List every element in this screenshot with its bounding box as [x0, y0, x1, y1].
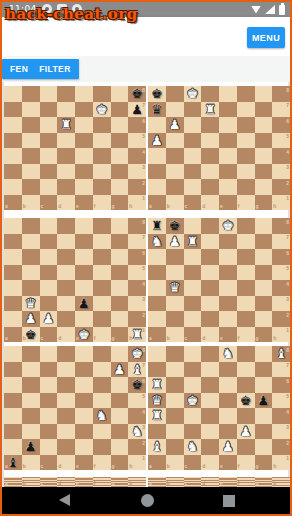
square-e5	[219, 133, 237, 149]
rank-label: 4	[142, 282, 145, 287]
square-d6	[57, 249, 75, 265]
square-h7: 7	[272, 234, 290, 250]
square-d1: d	[201, 455, 219, 471]
rank-label: 2	[286, 441, 289, 446]
square-d8	[201, 86, 219, 102]
square-a3	[148, 164, 166, 180]
square-d5	[57, 265, 75, 281]
square-a2	[148, 311, 166, 327]
white-pawn-piece: ♟	[43, 312, 55, 325]
square-h4: 4	[272, 408, 290, 424]
square-h2: 2	[128, 311, 146, 327]
chess-board-3[interactable]: 87654♛♟3♟♟2a♚bcd♚efg♜1h	[4, 218, 146, 342]
square-f3	[237, 296, 255, 312]
square-e1: e	[219, 195, 237, 211]
file-label: c	[185, 464, 188, 469]
square-g3	[255, 424, 273, 440]
square-c6	[40, 377, 58, 393]
square-d4	[57, 280, 75, 296]
square-b7	[22, 362, 40, 378]
file-label: f	[94, 336, 96, 341]
square-h3: 3	[272, 164, 290, 180]
square-g8	[111, 86, 129, 102]
puzzle-grid: ♚8♚♟7♜65432abcdefg1h ♚♚8♛♜7♟6♟5432abcdef…	[2, 82, 290, 487]
square-f7: ♚	[93, 102, 111, 118]
white-knight-piece: ♞	[187, 440, 199, 453]
recents-icon[interactable]	[223, 495, 235, 507]
square-h6: 6	[272, 117, 290, 133]
file-label: h	[129, 336, 132, 341]
file-label: h	[273, 336, 276, 341]
square-e6	[219, 249, 237, 265]
square-e5	[75, 265, 93, 281]
square-c2	[184, 179, 202, 195]
rank-label: 7	[142, 103, 145, 108]
square-h7: 7	[272, 102, 290, 118]
rank-label: 6	[142, 251, 145, 256]
square-h1: 1h	[272, 195, 290, 211]
file-label: e	[220, 481, 223, 486]
file-label: a	[5, 481, 8, 486]
square-d6	[57, 377, 75, 393]
square-c5	[184, 133, 202, 149]
square-b4: ♛	[166, 280, 184, 296]
white-rook-piece: ♜	[204, 102, 216, 115]
square-c6	[184, 249, 202, 265]
square-a8	[4, 346, 22, 362]
rank-label: 1	[286, 328, 289, 333]
square-g1: g	[111, 455, 129, 471]
square-g3	[111, 296, 129, 312]
rank-label: 6	[286, 251, 289, 256]
square-c2: ♞	[184, 439, 202, 455]
square-f7	[237, 102, 255, 118]
square-f6	[237, 377, 255, 393]
chess-board-2[interactable]: ♚♚8♛♜7♟6♟5432abcdefg1h	[148, 86, 290, 210]
square-f6	[237, 117, 255, 133]
square-e3	[75, 164, 93, 180]
square-c4	[184, 280, 202, 296]
chess-board-4[interactable]: ♜♚♚8♞♟♜765♛432abcdefg1h	[148, 218, 290, 342]
square-g5	[255, 265, 273, 281]
battery-icon	[279, 5, 285, 15]
square-a2	[148, 179, 166, 195]
square-b5	[166, 265, 184, 281]
square-d6	[201, 249, 219, 265]
square-f8	[93, 346, 111, 362]
square-g6	[255, 117, 273, 133]
file-label: f	[94, 204, 96, 209]
square-b2	[22, 179, 40, 195]
square-e1: e	[75, 195, 93, 211]
status-indicators	[251, 4, 285, 15]
square-f3	[93, 424, 111, 440]
square-g4	[111, 148, 129, 164]
square-d5	[201, 393, 219, 409]
square-c8	[40, 346, 58, 362]
square-h5: 5	[272, 265, 290, 281]
file-label: e	[76, 481, 79, 486]
rank-label: 8	[286, 348, 289, 353]
square-d7	[57, 102, 75, 118]
square-a7	[148, 362, 166, 378]
square-b2: ♟	[22, 311, 40, 327]
square-b2	[166, 311, 184, 327]
square-a7	[4, 362, 22, 378]
tab-fen[interactable]: FEN	[10, 64, 28, 74]
rank-label: 3	[142, 297, 145, 302]
square-g5	[255, 133, 273, 149]
square-d2	[201, 179, 219, 195]
square-c4	[40, 408, 58, 424]
square-h1: 1h	[272, 455, 290, 471]
square-f4: ♞	[93, 408, 111, 424]
square-a1: a	[4, 327, 22, 343]
square-f4	[93, 280, 111, 296]
rank-label: 5	[286, 134, 289, 139]
white-king-piece: ♚	[96, 102, 108, 115]
white-bishop-piece: ♝	[275, 347, 287, 360]
square-d8	[57, 346, 75, 362]
white-knight-piece: ♞	[222, 347, 234, 360]
square-e4	[75, 408, 93, 424]
square-e4	[219, 148, 237, 164]
square-a8: ♜	[148, 218, 166, 234]
file-label: e	[220, 464, 223, 469]
square-a8: ♚	[148, 86, 166, 102]
square-d6	[201, 377, 219, 393]
file-label: f	[94, 464, 96, 469]
rank-label: 5	[142, 134, 145, 139]
square-a4	[4, 280, 22, 296]
square-g4	[255, 408, 273, 424]
square-h3: ♞3	[128, 424, 146, 440]
square-b4	[22, 408, 40, 424]
square-b3	[22, 164, 40, 180]
square-g8	[255, 346, 273, 362]
square-h8: 8	[128, 218, 146, 234]
black-pawn-piece: ♟	[78, 296, 90, 309]
square-f7	[237, 362, 255, 378]
square-h6: 6	[272, 249, 290, 265]
square-e7	[75, 102, 93, 118]
square-e1: ♚e	[75, 327, 93, 343]
square-g6	[255, 377, 273, 393]
square-c8	[184, 218, 202, 234]
square-a1: a	[148, 327, 166, 343]
square-g1: g	[111, 195, 129, 211]
rank-label: 4	[286, 150, 289, 155]
square-a8	[148, 346, 166, 362]
white-queen-piece: ♛	[25, 296, 37, 309]
square-b7	[166, 362, 184, 378]
square-a1: a	[148, 455, 166, 471]
rank-label: 8	[142, 88, 145, 93]
square-c6	[40, 117, 58, 133]
file-label: e	[76, 204, 79, 209]
square-h4: 4	[272, 280, 290, 296]
square-a5	[4, 133, 22, 149]
square-d5	[201, 133, 219, 149]
square-b8	[22, 346, 40, 362]
square-h2: 2	[128, 179, 146, 195]
square-c5	[184, 265, 202, 281]
square-h3: 3	[272, 424, 290, 440]
file-label: c	[41, 336, 44, 341]
square-a5	[4, 393, 22, 409]
file-label: b	[23, 336, 26, 341]
white-king-piece: ♚	[78, 327, 90, 340]
square-g3	[111, 424, 129, 440]
square-a2	[4, 439, 22, 455]
square-a7: ♞	[148, 234, 166, 250]
square-a7	[4, 102, 22, 118]
square-e8	[75, 218, 93, 234]
square-d1: d	[57, 455, 75, 471]
black-king-piece: ♚	[240, 393, 252, 406]
rank-label: 3	[286, 297, 289, 302]
square-b3: ♛	[22, 296, 40, 312]
square-c2: ♟	[40, 311, 58, 327]
square-f7	[93, 362, 111, 378]
square-f4	[237, 280, 255, 296]
chess-board-8-partial[interactable]: 8765432abcdefg1h	[148, 477, 290, 487]
file-label: d	[202, 464, 205, 469]
square-b7	[166, 102, 184, 118]
square-d8	[57, 218, 75, 234]
square-c3	[184, 424, 202, 440]
square-a8	[4, 86, 22, 102]
file-label: d	[202, 481, 205, 486]
white-pawn-piece: ♟	[114, 362, 126, 375]
file-label: e	[220, 204, 223, 209]
square-h2: 2	[272, 311, 290, 327]
square-b6	[22, 377, 40, 393]
square-f7	[93, 234, 111, 250]
square-d8	[201, 346, 219, 362]
back-icon[interactable]	[59, 494, 70, 506]
file-label: g	[256, 336, 259, 341]
file-label: g	[112, 204, 115, 209]
square-d3	[201, 424, 219, 440]
file-label: b	[167, 464, 170, 469]
chess-board-1[interactable]: ♚8♚♟7♜65432abcdefg1h	[4, 86, 146, 210]
wifi-icon	[251, 6, 261, 14]
file-label: d	[202, 336, 205, 341]
rank-label: 6	[286, 119, 289, 124]
square-b4	[166, 408, 184, 424]
square-b1: b	[166, 455, 184, 471]
square-e3	[219, 424, 237, 440]
square-c8	[40, 218, 58, 234]
rank-label: 3	[286, 425, 289, 430]
square-c4	[184, 408, 202, 424]
square-g7	[255, 234, 273, 250]
app-screen: 11:04 hack-cheat.org MENU FEN FILTER ♚8♚…	[0, 0, 292, 516]
square-h6: 6	[272, 377, 290, 393]
square-h8: ♚8	[128, 346, 146, 362]
square-g8	[111, 218, 129, 234]
home-icon[interactable]	[141, 494, 154, 507]
square-g7: ♟	[111, 362, 129, 378]
white-king-piece: ♚	[187, 393, 199, 406]
square-g2	[111, 311, 129, 327]
square-f6	[237, 249, 255, 265]
square-h8: 8	[272, 86, 290, 102]
square-a2: ♝	[148, 439, 166, 455]
square-b4	[22, 280, 40, 296]
square-g6	[111, 249, 129, 265]
black-pawn-piece: ♟	[258, 393, 270, 406]
square-e7	[75, 234, 93, 250]
square-d8	[57, 86, 75, 102]
square-g7	[255, 362, 273, 378]
square-a8	[4, 218, 22, 234]
file-label: g	[112, 336, 115, 341]
rank-label: 8	[142, 220, 145, 225]
square-b4	[22, 148, 40, 164]
file-label: a	[149, 481, 152, 486]
file-label: b	[23, 481, 26, 486]
square-d2	[201, 439, 219, 455]
tab-filter[interactable]: FILTER	[39, 64, 71, 74]
square-f1: f	[237, 327, 255, 343]
square-a4	[4, 148, 22, 164]
square-h4: 4	[272, 148, 290, 164]
square-e4	[219, 408, 237, 424]
square-b6	[22, 117, 40, 133]
square-c5	[40, 133, 58, 149]
square-d2	[201, 311, 219, 327]
square-d1: d	[201, 195, 219, 211]
square-f5: ♚	[237, 393, 255, 409]
square-e1: e	[75, 455, 93, 471]
square-g7	[255, 102, 273, 118]
square-b8	[22, 218, 40, 234]
square-e4	[75, 280, 93, 296]
square-d7	[201, 362, 219, 378]
file-label: h	[129, 481, 132, 486]
file-label: c	[185, 481, 188, 486]
square-e8	[219, 86, 237, 102]
square-c8: ♚	[184, 86, 202, 102]
chess-board-7-partial[interactable]: 8765432abcdefg1h	[4, 477, 146, 487]
square-h3: 3	[272, 296, 290, 312]
square-c7: ♜	[184, 234, 202, 250]
file-label: d	[58, 464, 61, 469]
square-f6	[93, 249, 111, 265]
rank-label: 7	[286, 103, 289, 108]
file-label: d	[202, 204, 205, 209]
white-knight-piece: ♞	[96, 409, 108, 422]
square-e8: ♚	[219, 218, 237, 234]
tab-bar: FEN FILTER	[2, 59, 79, 79]
square-g7	[111, 102, 129, 118]
square-h4: 4	[128, 408, 146, 424]
square-g2	[111, 179, 129, 195]
square-h6: ♚6	[128, 377, 146, 393]
square-d2	[57, 439, 75, 455]
square-f4	[93, 148, 111, 164]
square-h1: 1h	[128, 455, 146, 471]
square-c3	[40, 164, 58, 180]
square-a4: ♜	[148, 408, 166, 424]
square-c7	[40, 234, 58, 250]
square-f2	[237, 179, 255, 195]
rank-label: 4	[286, 282, 289, 287]
black-king-piece: ♚	[169, 219, 181, 232]
square-e4	[219, 280, 237, 296]
signal-icon	[265, 5, 275, 14]
square-f4	[237, 408, 255, 424]
square-d7	[57, 234, 75, 250]
square-e3	[219, 164, 237, 180]
white-pawn-piece: ♟	[151, 133, 163, 146]
file-label: a	[5, 336, 8, 341]
square-f3: ♟	[237, 424, 255, 440]
white-pawn-piece: ♟	[169, 118, 181, 131]
rank-label: 8	[286, 88, 289, 93]
square-b1: b	[22, 455, 40, 471]
square-a3	[148, 296, 166, 312]
rank-label: 4	[142, 410, 145, 415]
chess-board-5[interactable]: ♚8♟♝7♚65♞4♞3♟2♝abcdefg1h	[4, 346, 146, 470]
square-a6	[148, 249, 166, 265]
square-h7: 7	[272, 362, 290, 378]
square-f4	[237, 148, 255, 164]
file-label: a	[149, 336, 152, 341]
square-f2	[93, 439, 111, 455]
square-b2: ♟	[22, 439, 40, 455]
square-h2: 2	[128, 439, 146, 455]
square-f1: f	[237, 455, 255, 471]
square-h4: 4	[128, 148, 146, 164]
white-queen-piece: ♛	[151, 393, 163, 406]
square-a6	[4, 117, 22, 133]
square-e2	[75, 311, 93, 327]
square-b5	[22, 265, 40, 281]
square-h7: ♝7	[128, 362, 146, 378]
file-label: e	[76, 464, 79, 469]
square-e7	[219, 102, 237, 118]
square-g5	[111, 133, 129, 149]
square-e2	[219, 311, 237, 327]
square-e3: ♟	[75, 296, 93, 312]
square-h5: 5	[128, 133, 146, 149]
rank-label: 1	[142, 196, 145, 201]
file-label: g	[256, 464, 259, 469]
rank-label: 3	[286, 165, 289, 170]
file-label: d	[58, 204, 61, 209]
file-label: b	[167, 204, 170, 209]
white-pawn-piece: ♟	[25, 312, 37, 325]
square-g3	[111, 164, 129, 180]
square-e6	[75, 249, 93, 265]
square-a4	[4, 408, 22, 424]
square-a1: ♝a	[4, 455, 22, 471]
chess-board-6[interactable]: ♞♝87♜6♛♚♚♟5♜4♟3♝♞♟2abcdefg1h	[148, 346, 290, 470]
file-label: c	[185, 336, 188, 341]
menu-button[interactable]: MENU	[247, 27, 285, 48]
rank-label: 5	[142, 266, 145, 271]
white-knight-piece: ♞	[131, 424, 143, 437]
square-h5: 5	[128, 265, 146, 281]
file-label: c	[185, 204, 188, 209]
square-b2	[166, 439, 184, 455]
file-label: g	[112, 464, 115, 469]
black-bishop-piece: ♝	[7, 455, 19, 468]
square-c3	[40, 296, 58, 312]
